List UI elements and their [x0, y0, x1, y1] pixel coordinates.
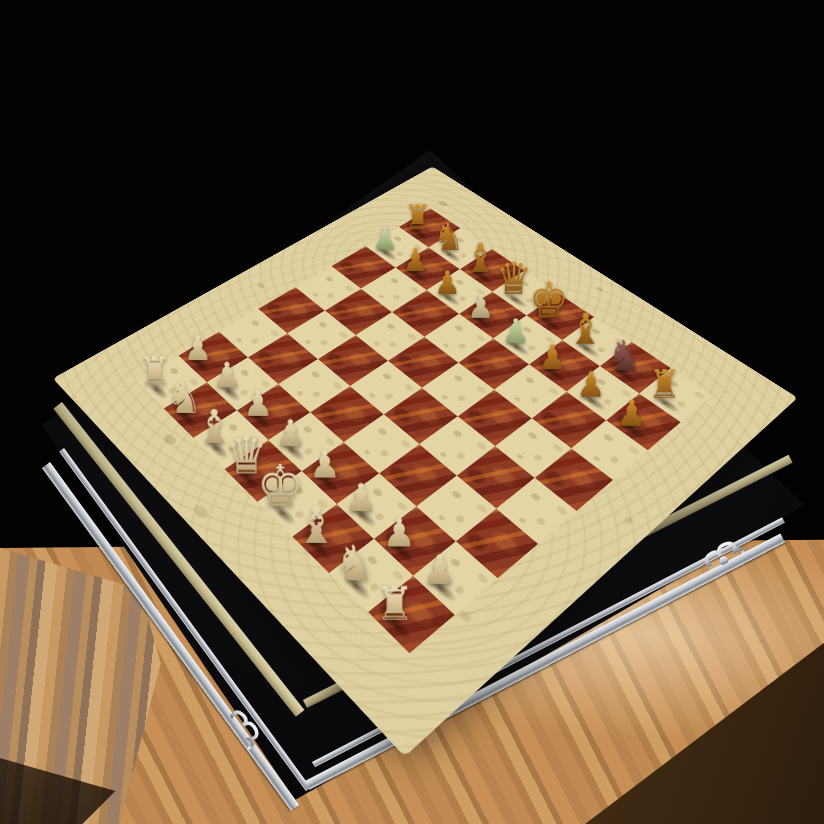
photo-background: ♜♞♟♝♟♛♟♚♟♝♟♞♟♟♜♟♟♜♟♟♞♟♝♟♛♟♚♟♝♟♞♜: [0, 0, 824, 824]
pawn-glyph: ♟: [344, 479, 377, 518]
pawn-glyph: ♟: [422, 550, 456, 591]
pawn-glyph: ♟: [576, 367, 606, 402]
piece-white-rook-h1[interactable]: ♜: [363, 581, 425, 627]
rook-glyph: ♜: [375, 581, 414, 627]
pawn-glyph: ♟: [616, 395, 647, 431]
pawn-glyph: ♟: [382, 513, 415, 553]
piece-black-pawn-h7[interactable]: ♟: [605, 395, 659, 431]
pawn-glyph: ♟: [538, 340, 567, 375]
pawn-glyph: ♟: [502, 314, 530, 348]
knight-glyph: ♞: [333, 539, 375, 588]
